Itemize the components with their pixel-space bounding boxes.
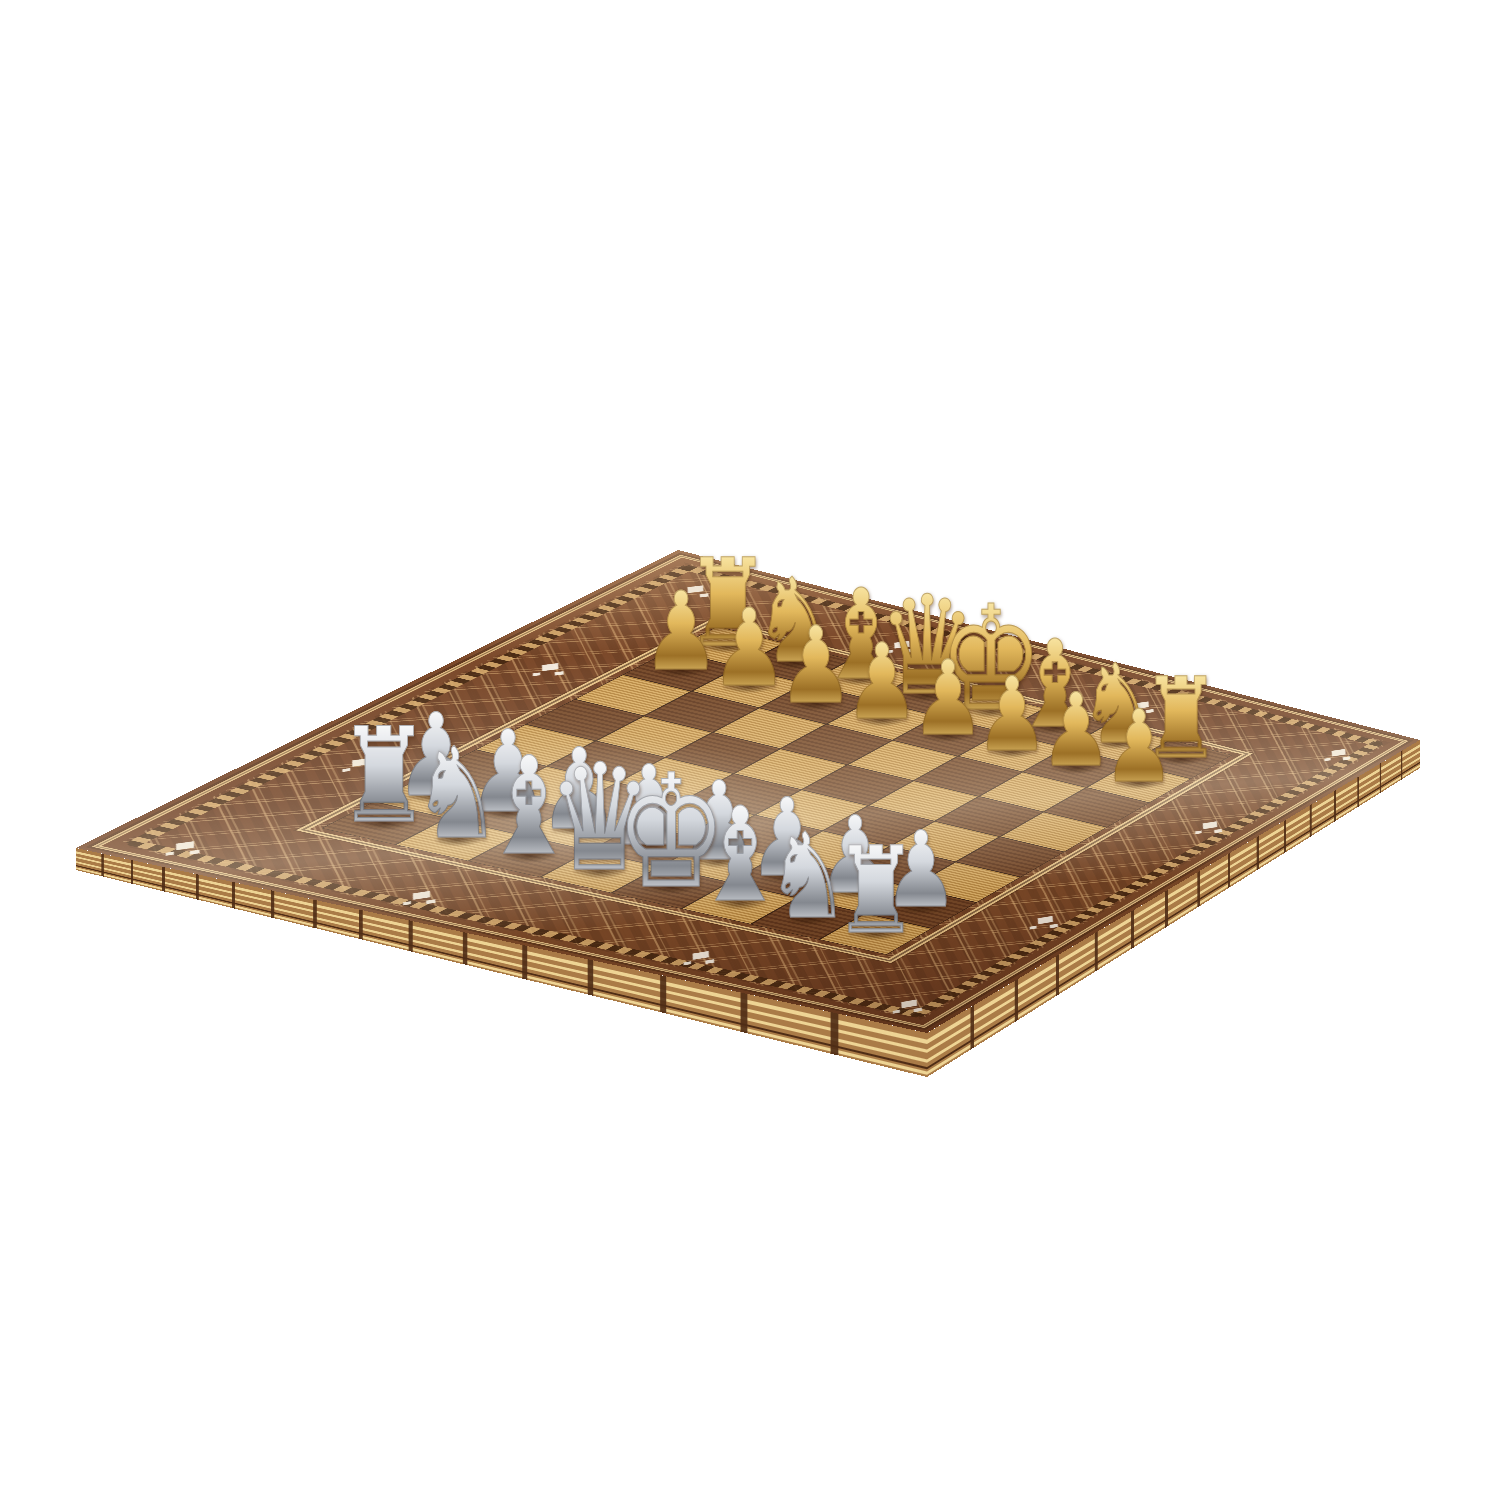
piece-black-pawn-c7[interactable]: ♟ <box>778 613 854 719</box>
piece-black-pawn-d7[interactable]: ♟ <box>845 630 920 734</box>
piece-black-pawn-e7[interactable]: ♟ <box>911 647 985 750</box>
chessboard-product-photo: ♜♞♟♝♟♛♟♚♟♝♟♞♟♜♟♟♟♟♜♟♞♟♝♟♛♟♚♟♝♟♞♜ <box>0 0 1500 1500</box>
piece-black-pawn-a7[interactable]: ♟ <box>642 578 720 686</box>
piece-black-pawn-b7[interactable]: ♟ <box>710 595 787 702</box>
piece-black-pawn-h7[interactable]: ♟ <box>1103 697 1174 797</box>
piece-black-pawn-f7[interactable]: ♟ <box>976 664 1049 766</box>
piece-white-rook-h1[interactable]: ♜ <box>833 831 919 951</box>
pieces-layer: ♜♞♟♝♟♛♟♚♟♝♟♞♟♜♟♟♟♟♜♟♞♟♝♟♛♟♚♟♝♟♞♜ <box>0 0 1500 1500</box>
piece-black-pawn-g7[interactable]: ♟ <box>1040 681 1112 782</box>
